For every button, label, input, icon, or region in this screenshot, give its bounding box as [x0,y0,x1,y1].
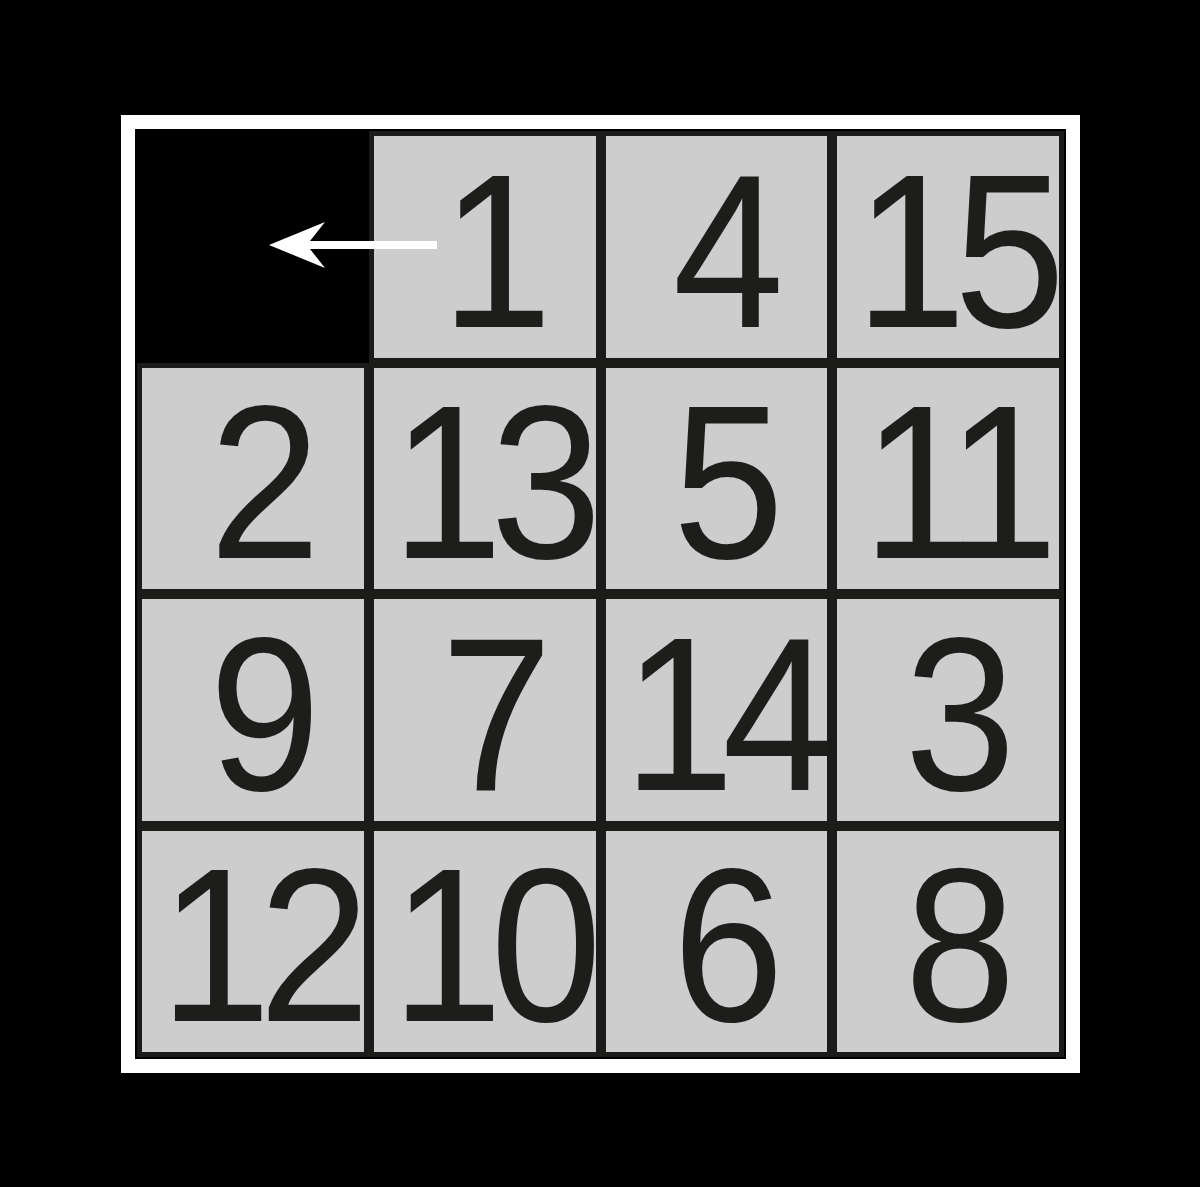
tile-6[interactable]: 6 [601,826,833,1058]
tile-2[interactable]: 2 [137,363,369,595]
tile-number: 5 [673,373,772,593]
tile-number: 7 [441,604,540,824]
tile-15[interactable]: 15 [832,131,1064,363]
tile-number: 13 [391,373,589,593]
tile-number: 15 [855,141,1053,361]
tile-number: 8 [905,836,1004,1056]
tile-10[interactable]: 10 [369,826,601,1058]
puzzle-board: 141521351197143121068 [135,129,1066,1059]
tile-4[interactable]: 4 [601,131,833,363]
tile-7[interactable]: 7 [369,594,601,826]
tile-number: 6 [673,836,772,1056]
tile-number: 4 [673,141,772,361]
tile-14[interactable]: 14 [601,594,833,826]
tile-3[interactable]: 3 [832,594,1064,826]
tile-5[interactable]: 5 [601,363,833,595]
tile-1[interactable]: 1 [369,131,601,363]
tile-number: 12 [160,836,358,1056]
tile-11[interactable]: 11 [832,363,1064,595]
tile-number: 11 [862,373,1046,593]
tile-number: 2 [209,373,308,593]
board-frame: 141521351197143121068 [121,115,1080,1073]
tile-number: 9 [209,604,308,824]
tile-number: 1 [441,141,540,361]
tile-number: 14 [623,604,821,824]
blank-cell [137,131,369,363]
tile-number: 3 [905,604,1004,824]
tile-13[interactable]: 13 [369,363,601,595]
tile-8[interactable]: 8 [832,826,1064,1058]
tile-12[interactable]: 12 [137,826,369,1058]
tile-number: 10 [391,836,589,1056]
tile-9[interactable]: 9 [137,594,369,826]
